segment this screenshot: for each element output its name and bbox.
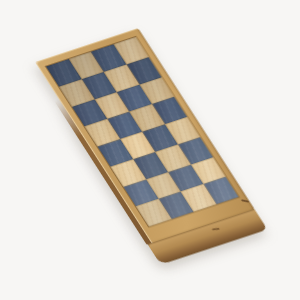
product-photo-background — [0, 0, 300, 300]
checkerboard-box — [35, 28, 255, 244]
clasp-mark — [241, 199, 249, 202]
